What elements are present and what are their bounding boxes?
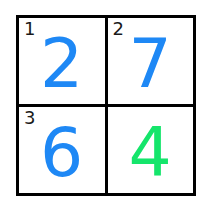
cell-value: 6 <box>40 113 83 187</box>
cell-index-label: 2 <box>113 18 124 41</box>
cell-value: 4 <box>129 113 172 187</box>
puzzle-board: 1 2 2 7 3 6 4 <box>16 15 196 196</box>
cell-r2c1[interactable]: 3 6 <box>19 107 105 193</box>
cell-r2c2[interactable]: 4 <box>108 107 194 193</box>
cell-index-label: 1 <box>24 18 35 41</box>
cell-value: 2 <box>40 24 83 98</box>
cell-value: 7 <box>129 24 172 98</box>
cell-r1c2[interactable]: 2 7 <box>108 18 194 104</box>
cell-r1c1[interactable]: 1 2 <box>19 18 105 104</box>
cell-index-label: 3 <box>24 107 35 130</box>
